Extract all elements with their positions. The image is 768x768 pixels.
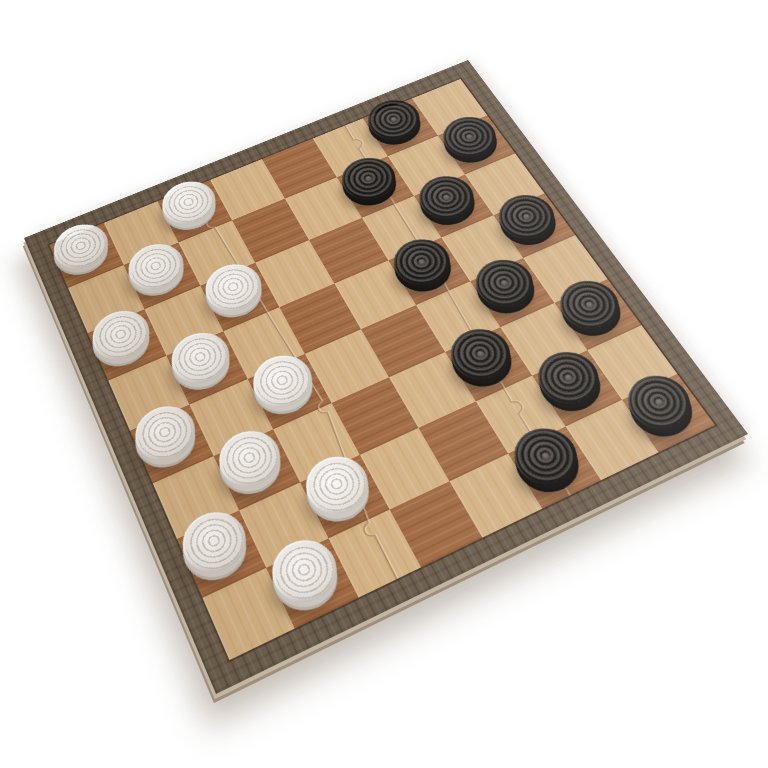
photo-background [0,0,768,768]
checkers-board [24,60,748,694]
board-field [49,79,715,660]
white-checker-top [157,177,219,229]
white-checker-top [50,220,112,274]
board-grid [49,79,715,660]
